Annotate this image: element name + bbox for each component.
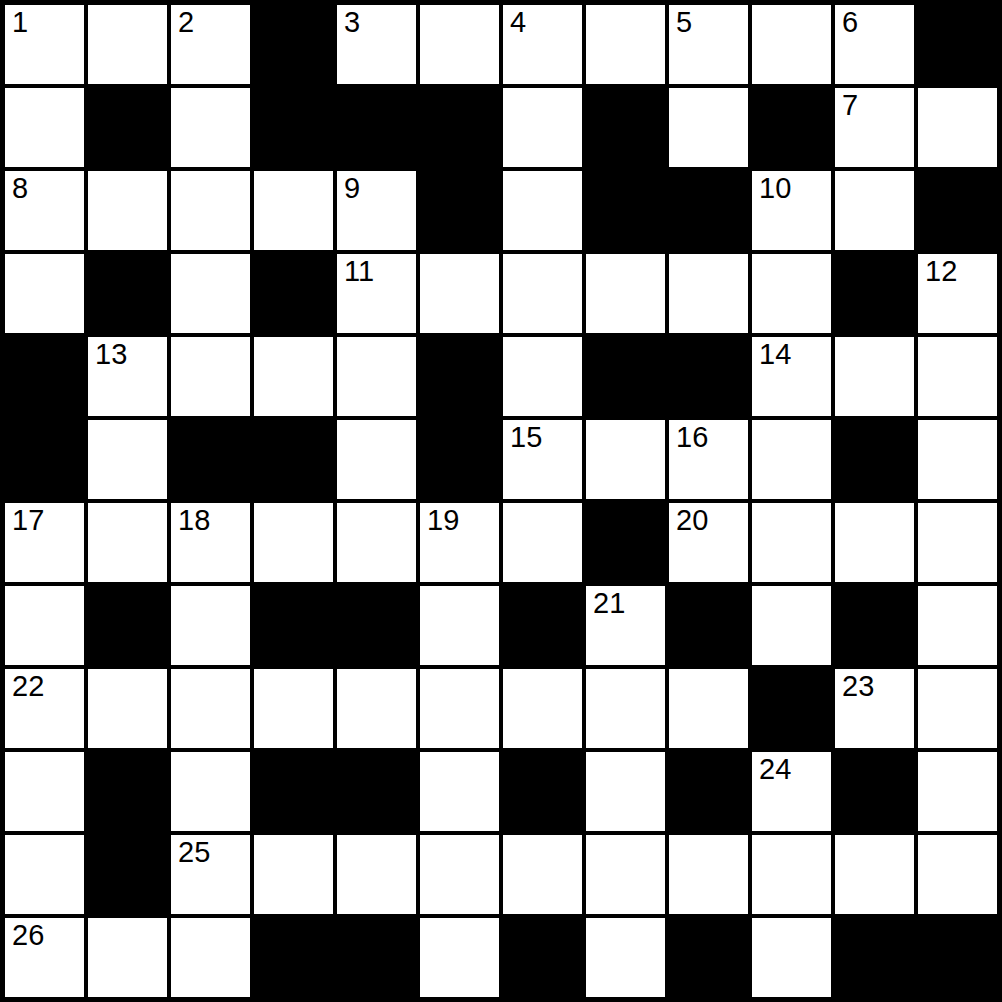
- cell-r9c2[interactable]: [171, 752, 250, 831]
- clue-number: 13: [95, 339, 127, 371]
- cell-r7c3: [254, 586, 333, 665]
- cell-r2c8: [669, 171, 748, 250]
- cell-r1c4: [337, 88, 416, 167]
- cell-r10c1: [88, 835, 167, 914]
- cell-r4c10[interactable]: [835, 337, 914, 416]
- cell-r1c1: [88, 88, 167, 167]
- cell-r3c8[interactable]: [669, 254, 748, 333]
- cell-r9c6: [503, 752, 582, 831]
- clue-number: 11: [344, 256, 374, 288]
- clue-number: 12: [925, 256, 957, 288]
- cell-r5c7[interactable]: [586, 420, 665, 499]
- cell-r2c5: [420, 171, 499, 250]
- cell-r0c6[interactable]: 4: [503, 5, 582, 84]
- cell-r6c1[interactable]: [88, 503, 167, 582]
- cell-r5c0: [5, 420, 84, 499]
- cell-r5c11[interactable]: [918, 420, 997, 499]
- cell-r11c2[interactable]: [171, 918, 250, 997]
- cell-r9c4: [337, 752, 416, 831]
- cell-r10c3[interactable]: [254, 835, 333, 914]
- cell-r8c2[interactable]: [171, 669, 250, 748]
- cell-r0c3: [254, 5, 333, 84]
- cell-r0c2[interactable]: 2: [171, 5, 250, 84]
- cell-r8c9: [752, 669, 831, 748]
- cell-r10c11[interactable]: [918, 835, 997, 914]
- clue-number: 4: [510, 7, 526, 39]
- cell-r6c10[interactable]: [835, 503, 914, 582]
- cell-r3c0[interactable]: [5, 254, 84, 333]
- cell-r11c5[interactable]: [420, 918, 499, 997]
- clue-number: 16: [676, 422, 708, 454]
- cell-r11c3: [254, 918, 333, 997]
- cell-r9c3: [254, 752, 333, 831]
- cell-r2c11: [918, 171, 997, 250]
- cell-r5c9[interactable]: [752, 420, 831, 499]
- cell-r6c8[interactable]: 20: [669, 503, 748, 582]
- cell-r6c7: [586, 503, 665, 582]
- cell-r2c9[interactable]: 10: [752, 171, 831, 250]
- cell-r4c3[interactable]: [254, 337, 333, 416]
- cell-r1c3: [254, 88, 333, 167]
- cell-r6c0[interactable]: 17: [5, 503, 84, 582]
- cell-r7c7[interactable]: 21: [586, 586, 665, 665]
- cell-r0c4[interactable]: 3: [337, 5, 416, 84]
- cell-r11c10: [835, 918, 914, 997]
- cell-r9c8: [669, 752, 748, 831]
- cell-r4c5: [420, 337, 499, 416]
- clue-number: 1: [12, 7, 28, 39]
- cell-r10c9[interactable]: [752, 835, 831, 914]
- clue-number: 5: [676, 7, 692, 39]
- cell-r3c6[interactable]: [503, 254, 582, 333]
- cell-r7c5[interactable]: [420, 586, 499, 665]
- cell-r4c8: [669, 337, 748, 416]
- cell-r4c9[interactable]: 14: [752, 337, 831, 416]
- clue-number: 10: [759, 173, 791, 205]
- cell-r2c2[interactable]: [171, 171, 250, 250]
- cell-r10c0[interactable]: [5, 835, 84, 914]
- cell-r0c10[interactable]: 6: [835, 5, 914, 84]
- cell-r6c2[interactable]: 18: [171, 503, 250, 582]
- clue-number: 15: [510, 422, 542, 454]
- cell-r8c5[interactable]: [420, 669, 499, 748]
- cell-r5c10: [835, 420, 914, 499]
- cell-r9c11[interactable]: [918, 752, 997, 831]
- cell-r4c7: [586, 337, 665, 416]
- clue-number: 7: [842, 90, 858, 122]
- cell-r11c11: [918, 918, 997, 997]
- cell-r7c6: [503, 586, 582, 665]
- cell-r8c7[interactable]: [586, 669, 665, 748]
- cell-r4c11[interactable]: [918, 337, 997, 416]
- cell-r1c2[interactable]: [171, 88, 250, 167]
- cell-r8c10[interactable]: 23: [835, 669, 914, 748]
- cell-r4c6[interactable]: [503, 337, 582, 416]
- cell-r1c10[interactable]: 7: [835, 88, 914, 167]
- cell-r2c1[interactable]: [88, 171, 167, 250]
- cell-r9c5[interactable]: [420, 752, 499, 831]
- cell-r9c10: [835, 752, 914, 831]
- cell-r3c11[interactable]: 12: [918, 254, 997, 333]
- cell-r5c6[interactable]: 15: [503, 420, 582, 499]
- cell-r11c0[interactable]: 26: [5, 918, 84, 997]
- cell-r5c1[interactable]: [88, 420, 167, 499]
- cell-r4c4[interactable]: [337, 337, 416, 416]
- cell-r1c5: [420, 88, 499, 167]
- cell-r7c10: [835, 586, 914, 665]
- cell-r3c1: [88, 254, 167, 333]
- clue-number: 14: [759, 339, 791, 371]
- cell-r1c9: [752, 88, 831, 167]
- clue-number: 22: [12, 671, 44, 703]
- cell-r9c9[interactable]: 24: [752, 752, 831, 831]
- cell-r1c6[interactable]: [503, 88, 582, 167]
- cell-r3c4[interactable]: 11: [337, 254, 416, 333]
- clue-number: 18: [178, 505, 210, 537]
- cell-r6c6[interactable]: [503, 503, 582, 582]
- cell-r3c3: [254, 254, 333, 333]
- cell-r7c0[interactable]: [5, 586, 84, 665]
- clue-number: 26: [12, 920, 44, 952]
- cell-r9c1: [88, 752, 167, 831]
- cell-r7c8: [669, 586, 748, 665]
- clue-number: 25: [178, 837, 210, 869]
- cell-r8c11[interactable]: [918, 669, 997, 748]
- cell-r11c4: [337, 918, 416, 997]
- cell-r3c2[interactable]: [171, 254, 250, 333]
- cell-r1c0[interactable]: [5, 88, 84, 167]
- cell-r0c5[interactable]: [420, 5, 499, 84]
- cell-r5c4[interactable]: [337, 420, 416, 499]
- cell-r6c4[interactable]: [337, 503, 416, 582]
- clue-number: 9: [344, 173, 360, 205]
- cell-r8c4[interactable]: [337, 669, 416, 748]
- cell-r3c7[interactable]: [586, 254, 665, 333]
- crossword-grid: 1234567891011121314151617181920212223242…: [0, 0, 1002, 1002]
- clue-number: 19: [427, 505, 459, 537]
- cell-r5c5: [420, 420, 499, 499]
- cell-r7c11[interactable]: [918, 586, 997, 665]
- cell-r4c0: [5, 337, 84, 416]
- cell-r10c8[interactable]: [669, 835, 748, 914]
- cell-r2c3[interactable]: [254, 171, 333, 250]
- cell-r11c9[interactable]: [752, 918, 831, 997]
- cell-r2c6[interactable]: [503, 171, 582, 250]
- cell-r7c9[interactable]: [752, 586, 831, 665]
- cell-r9c7[interactable]: [586, 752, 665, 831]
- cell-r8c8[interactable]: [669, 669, 748, 748]
- cell-r10c10[interactable]: [835, 835, 914, 914]
- cell-r3c10: [835, 254, 914, 333]
- cell-r8c6[interactable]: [503, 669, 582, 748]
- clue-number: 2: [178, 7, 194, 39]
- cell-r4c1[interactable]: 13: [88, 337, 167, 416]
- cell-r8c1[interactable]: [88, 669, 167, 748]
- clue-number: 3: [344, 7, 360, 39]
- cell-r0c7[interactable]: [586, 5, 665, 84]
- cell-r7c2[interactable]: [171, 586, 250, 665]
- cell-r8c0[interactable]: 22: [5, 669, 84, 748]
- cell-r3c9[interactable]: [752, 254, 831, 333]
- cell-r1c8[interactable]: [669, 88, 748, 167]
- cell-r2c7: [586, 171, 665, 250]
- cell-r11c8: [669, 918, 748, 997]
- cell-r6c5[interactable]: 19: [420, 503, 499, 582]
- clue-number: 6: [842, 7, 858, 39]
- cell-r6c9[interactable]: [752, 503, 831, 582]
- cell-r10c6[interactable]: [503, 835, 582, 914]
- cell-r3c5[interactable]: [420, 254, 499, 333]
- cell-r0c11: [918, 5, 997, 84]
- clue-number: 21: [593, 588, 625, 620]
- cell-r5c2: [171, 420, 250, 499]
- cell-r10c2[interactable]: 25: [171, 835, 250, 914]
- clue-number: 24: [759, 754, 791, 786]
- clue-number: 8: [12, 173, 28, 205]
- cell-r4c2[interactable]: [171, 337, 250, 416]
- cell-r9c0[interactable]: [5, 752, 84, 831]
- cell-r10c5[interactable]: [420, 835, 499, 914]
- clue-number: 23: [842, 671, 874, 703]
- clue-number: 17: [12, 505, 44, 537]
- clue-number: 20: [676, 505, 708, 537]
- cell-r0c8[interactable]: 5: [669, 5, 748, 84]
- cell-r10c4[interactable]: [337, 835, 416, 914]
- cell-r11c1[interactable]: [88, 918, 167, 997]
- cell-r2c0[interactable]: 8: [5, 171, 84, 250]
- cell-r2c4[interactable]: 9: [337, 171, 416, 250]
- cell-r0c1[interactable]: [88, 5, 167, 84]
- cell-r1c11[interactable]: [918, 88, 997, 167]
- cell-r8c3[interactable]: [254, 669, 333, 748]
- cell-r0c0[interactable]: 1: [5, 5, 84, 84]
- cell-r7c1: [88, 586, 167, 665]
- cell-r7c4: [337, 586, 416, 665]
- cell-r5c3: [254, 420, 333, 499]
- cell-r1c7: [586, 88, 665, 167]
- cell-r11c6: [503, 918, 582, 997]
- cell-r2c10[interactable]: [835, 171, 914, 250]
- cell-r10c7[interactable]: [586, 835, 665, 914]
- cell-r6c3[interactable]: [254, 503, 333, 582]
- cell-r5c8[interactable]: 16: [669, 420, 748, 499]
- cell-r0c9[interactable]: [752, 5, 831, 84]
- cell-r6c11[interactable]: [918, 503, 997, 582]
- cell-r11c7[interactable]: [586, 918, 665, 997]
